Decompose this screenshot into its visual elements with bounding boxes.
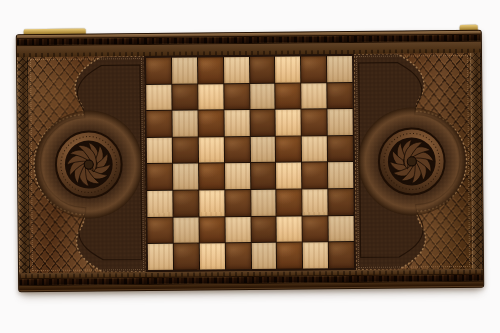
square-f1 [277,243,302,269]
square-b8 [172,57,197,83]
square-d2 [225,217,250,243]
square-g8 [301,56,326,82]
square-d7 [224,84,249,110]
square-a2 [148,217,173,243]
ogee-cartouche-right [354,53,473,270]
square-g1 [303,243,328,269]
square-h7 [327,83,352,109]
carved-case-lid [16,30,484,292]
square-b4 [173,164,198,190]
square-d1 [226,243,251,269]
square-c1 [200,244,225,270]
square-e1 [251,243,276,269]
ogee-cartouche-left [28,56,147,273]
square-h1 [329,242,354,268]
square-h6 [327,109,352,135]
lid-middle-section [17,53,483,273]
square-g3 [302,189,327,215]
square-h5 [328,136,353,162]
product-photo-backdrop [0,0,500,333]
square-g2 [303,216,328,242]
square-a8 [146,58,171,84]
square-d8 [224,57,249,83]
square-e3 [251,190,276,216]
square-b2 [174,217,199,243]
square-e7 [250,83,275,109]
square-f3 [277,190,302,216]
square-h3 [328,189,353,215]
square-d6 [224,110,249,136]
square-e2 [251,216,276,242]
square-c6 [198,110,223,136]
square-d3 [225,190,250,216]
square-a7 [147,84,172,110]
square-e6 [250,110,275,136]
square-a1 [148,244,173,270]
rosette-hub [84,160,93,169]
square-f8 [275,56,300,82]
carved-panel-right [354,53,473,270]
square-g5 [302,136,327,162]
square-h8 [327,56,352,82]
square-g4 [302,163,327,189]
square-c4 [199,164,224,190]
square-f4 [276,163,301,189]
square-c5 [199,137,224,163]
square-e8 [250,57,275,83]
square-b6 [173,111,198,137]
square-a5 [147,138,172,164]
square-f5 [276,136,301,162]
right-side-rail [470,53,483,269]
square-f6 [276,110,301,136]
square-b5 [173,137,198,163]
carved-panel-left [28,56,147,273]
rosette-hub [407,157,416,166]
square-e5 [250,137,275,163]
square-d5 [225,137,250,163]
square-a6 [147,111,172,137]
square-a4 [147,164,172,190]
square-f2 [277,216,302,242]
backgammon-case [16,23,485,297]
square-c8 [198,57,223,83]
square-d4 [225,163,250,189]
square-h2 [328,216,353,242]
square-f7 [276,83,301,109]
square-b1 [174,244,199,270]
square-a3 [148,191,173,217]
square-e4 [251,163,276,189]
square-g6 [302,109,327,135]
square-h4 [328,162,353,188]
square-c2 [200,217,225,243]
square-g7 [301,83,326,109]
chessboard [144,54,355,272]
square-c7 [198,84,223,110]
square-b3 [173,191,198,217]
square-b7 [172,84,197,110]
square-c3 [199,190,224,216]
